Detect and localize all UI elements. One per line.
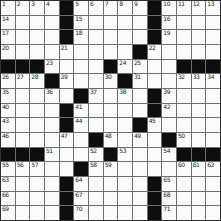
clue-number: 46 bbox=[2, 133, 9, 139]
clue-number: 17 bbox=[2, 30, 9, 36]
cell-r14c3[interactable] bbox=[30, 192, 44, 206]
cell-r14c10[interactable] bbox=[133, 192, 147, 206]
cell-r6c12[interactable] bbox=[162, 74, 176, 88]
clue-number: 70 bbox=[75, 206, 82, 212]
cell-r15c8[interactable] bbox=[104, 206, 118, 220]
black-cell-r11c14 bbox=[192, 148, 206, 162]
clue-number: 38 bbox=[119, 89, 126, 95]
clue-number: 69 bbox=[2, 206, 9, 212]
cell-r13c14[interactable] bbox=[192, 177, 206, 191]
cell-r3c3[interactable] bbox=[30, 30, 44, 44]
cell-r1c8[interactable]: 7 bbox=[104, 1, 118, 15]
black-cell-r14c5 bbox=[60, 192, 74, 206]
cell-r12c4[interactable] bbox=[45, 162, 59, 176]
cell-r10c8[interactable]: 48 bbox=[104, 133, 118, 147]
cell-r3c14[interactable] bbox=[192, 30, 206, 44]
clue-number: 22 bbox=[149, 45, 156, 51]
cell-r13c1[interactable]: 63 bbox=[1, 177, 15, 191]
clue-number: 40 bbox=[2, 104, 9, 110]
cell-r4c8[interactable] bbox=[104, 45, 118, 59]
cell-r10c13[interactable]: 50 bbox=[177, 133, 191, 147]
cell-r9c12[interactable] bbox=[162, 118, 176, 132]
black-cell-r11c2 bbox=[16, 148, 30, 162]
cell-r10c11[interactable] bbox=[148, 133, 162, 147]
cell-r8c7[interactable] bbox=[89, 104, 103, 118]
cell-r7c9[interactable]: 38 bbox=[118, 89, 132, 103]
cell-r4c2[interactable] bbox=[16, 45, 30, 59]
cell-r11c6[interactable] bbox=[74, 148, 88, 162]
black-cell-r2c5 bbox=[60, 16, 74, 30]
cell-r7c8[interactable] bbox=[104, 89, 118, 103]
cell-r9c14[interactable] bbox=[192, 118, 206, 132]
cell-r4c6[interactable] bbox=[74, 45, 88, 59]
cell-r11c4[interactable]: 51 bbox=[45, 148, 59, 162]
clue-number: 53 bbox=[119, 148, 126, 154]
cell-r13c3[interactable] bbox=[30, 177, 44, 191]
cell-r11c5[interactable] bbox=[60, 148, 74, 162]
clue-number: 28 bbox=[31, 74, 38, 80]
cell-r7c12[interactable]: 39 bbox=[162, 89, 176, 103]
clue-number: 43 bbox=[2, 118, 9, 124]
cell-r12c7[interactable]: 58 bbox=[89, 162, 103, 176]
cell-r1c13[interactable]: 11 bbox=[177, 1, 191, 15]
cell-r9c11[interactable]: 45 bbox=[148, 118, 162, 132]
cell-r15c10[interactable] bbox=[133, 206, 147, 220]
black-cell-r5c14 bbox=[192, 60, 206, 74]
cell-r13c4[interactable] bbox=[45, 177, 59, 191]
clue-number: 5 bbox=[75, 1, 78, 7]
cell-r3c7[interactable] bbox=[89, 30, 103, 44]
cell-r6c15[interactable]: 34 bbox=[206, 74, 220, 88]
black-cell-r11c8 bbox=[104, 148, 118, 162]
cell-r9c3[interactable] bbox=[30, 118, 44, 132]
clue-number: 16 bbox=[163, 16, 170, 22]
cell-r4c1[interactable]: 20 bbox=[1, 45, 15, 59]
black-cell-r6c9 bbox=[118, 74, 132, 88]
cell-r9c8[interactable] bbox=[104, 118, 118, 132]
clue-number: 65 bbox=[163, 177, 170, 183]
cell-r6c1[interactable]: 26 bbox=[1, 74, 15, 88]
clue-number: 66 bbox=[2, 192, 9, 198]
cell-r11c10[interactable] bbox=[133, 148, 147, 162]
cell-r5c7[interactable] bbox=[89, 60, 103, 74]
cell-r13c6[interactable]: 64 bbox=[74, 177, 88, 191]
cell-r13c2[interactable] bbox=[16, 177, 30, 191]
black-cell-r8c11 bbox=[148, 104, 162, 118]
cell-r5c10[interactable]: 25 bbox=[133, 60, 147, 74]
cell-r2c3[interactable] bbox=[30, 16, 44, 30]
cell-r4c13[interactable] bbox=[177, 45, 191, 59]
cell-r11c12[interactable]: 54 bbox=[162, 148, 176, 162]
cell-r9c2[interactable] bbox=[16, 118, 30, 132]
cell-r8c10[interactable] bbox=[133, 104, 147, 118]
cell-r15c4[interactable] bbox=[45, 206, 59, 220]
clue-number: 58 bbox=[90, 162, 97, 168]
clue-number: 36 bbox=[46, 89, 53, 95]
cell-r9c9[interactable] bbox=[118, 118, 132, 132]
cell-r6c11[interactable] bbox=[148, 74, 162, 88]
clue-number: 48 bbox=[105, 133, 112, 139]
black-cell-r5c8 bbox=[104, 60, 118, 74]
clue-number: 61 bbox=[193, 162, 200, 168]
cell-r6c8[interactable]: 30 bbox=[104, 74, 118, 88]
clue-number: 20 bbox=[2, 45, 9, 51]
black-cell-r11c13 bbox=[177, 148, 191, 162]
black-cell-r5c3 bbox=[30, 60, 44, 74]
black-cell-r11c3 bbox=[30, 148, 44, 162]
cell-r6c10[interactable]: 31 bbox=[133, 74, 147, 88]
cell-r7c3[interactable] bbox=[30, 89, 44, 103]
cell-r3c15[interactable] bbox=[206, 30, 220, 44]
clue-number: 54 bbox=[163, 148, 170, 154]
cell-r4c7[interactable] bbox=[89, 45, 103, 59]
cell-r15c1[interactable]: 69 bbox=[1, 206, 15, 220]
cell-r4c4[interactable] bbox=[45, 45, 59, 59]
cell-r13c13[interactable] bbox=[177, 177, 191, 191]
black-cell-r1c5 bbox=[60, 1, 74, 15]
cell-r4c9[interactable] bbox=[118, 45, 132, 59]
clue-number: 10 bbox=[163, 1, 170, 7]
cell-r14c8[interactable] bbox=[104, 192, 118, 206]
cell-r11c7[interactable]: 52 bbox=[89, 148, 103, 162]
clue-number: 15 bbox=[75, 16, 82, 22]
black-cell-r2c11 bbox=[148, 16, 162, 30]
black-cell-r8c5 bbox=[60, 104, 74, 118]
cell-r12c11[interactable] bbox=[148, 162, 162, 176]
cell-r8c9[interactable] bbox=[118, 104, 132, 118]
cell-r12c14[interactable]: 61 bbox=[192, 162, 206, 176]
black-cell-r9c5 bbox=[60, 118, 74, 132]
clue-number: 4 bbox=[46, 1, 49, 7]
cell-r15c2[interactable] bbox=[16, 206, 30, 220]
clue-number: 64 bbox=[75, 177, 82, 183]
cell-r3c6[interactable]: 18 bbox=[74, 30, 88, 44]
cell-r10c10[interactable]: 49 bbox=[133, 133, 147, 147]
cell-r1c12[interactable]: 10 bbox=[162, 1, 176, 15]
cell-r15c12[interactable]: 71 bbox=[162, 206, 176, 220]
clue-number: 23 bbox=[46, 60, 53, 66]
cell-r14c15[interactable] bbox=[206, 192, 220, 206]
cell-r1c15[interactable]: 13 bbox=[206, 1, 220, 15]
black-cell-r7c6 bbox=[74, 89, 88, 103]
cell-r6c7[interactable] bbox=[89, 74, 103, 88]
cell-r2c15[interactable] bbox=[206, 16, 220, 30]
cell-r7c4[interactable]: 36 bbox=[45, 89, 59, 103]
cell-r4c11[interactable]: 22 bbox=[148, 45, 162, 59]
black-cell-r5c1 bbox=[1, 60, 15, 74]
cell-r13c7[interactable] bbox=[89, 177, 103, 191]
clue-number: 26 bbox=[2, 74, 9, 80]
cell-r8c1[interactable]: 40 bbox=[1, 104, 15, 118]
clue-number: 34 bbox=[207, 74, 214, 80]
cell-r4c14[interactable] bbox=[192, 45, 206, 59]
cell-r3c10[interactable] bbox=[133, 30, 147, 44]
cell-r13c10[interactable] bbox=[133, 177, 147, 191]
cell-r7c7[interactable]: 37 bbox=[89, 89, 103, 103]
clue-number: 12 bbox=[193, 1, 200, 7]
cell-r5c12[interactable] bbox=[162, 60, 176, 74]
cell-r2c1[interactable]: 14 bbox=[1, 16, 15, 30]
cell-r14c9[interactable] bbox=[118, 192, 132, 206]
cell-r3c13[interactable] bbox=[177, 30, 191, 44]
clue-number: 9 bbox=[134, 1, 137, 7]
clue-number: 33 bbox=[193, 74, 200, 80]
black-cell-r11c1 bbox=[1, 148, 15, 162]
cell-r12c10[interactable] bbox=[133, 162, 147, 176]
cell-r5c5[interactable] bbox=[60, 60, 74, 74]
cell-r14c7[interactable] bbox=[89, 192, 103, 206]
cell-r6c2[interactable]: 27 bbox=[16, 74, 30, 88]
clue-number: 24 bbox=[119, 60, 126, 66]
cell-r15c7[interactable] bbox=[89, 206, 103, 220]
cell-r14c2[interactable] bbox=[16, 192, 30, 206]
cell-r11c11[interactable] bbox=[148, 148, 162, 162]
cell-r3c1[interactable]: 17 bbox=[1, 30, 15, 44]
black-cell-r3c11 bbox=[148, 30, 162, 44]
clue-number: 57 bbox=[31, 162, 38, 168]
cell-r9c13[interactable] bbox=[177, 118, 191, 132]
cell-r10c9[interactable] bbox=[118, 133, 132, 147]
cell-r10c15[interactable] bbox=[206, 133, 220, 147]
cell-r14c14[interactable] bbox=[192, 192, 206, 206]
clue-number: 63 bbox=[2, 177, 9, 183]
cell-r1c7[interactable]: 6 bbox=[89, 1, 103, 15]
cell-r15c3[interactable] bbox=[30, 206, 44, 220]
cell-r3c8[interactable] bbox=[104, 30, 118, 44]
cell-r8c12[interactable]: 42 bbox=[162, 104, 176, 118]
cell-r7c14[interactable] bbox=[192, 89, 206, 103]
clue-number: 71 bbox=[163, 206, 170, 212]
black-cell-r6c4 bbox=[45, 74, 59, 88]
cell-r13c12[interactable]: 65 bbox=[162, 177, 176, 191]
cell-r12c13[interactable]: 60 bbox=[177, 162, 191, 176]
clue-number: 6 bbox=[90, 1, 93, 7]
clue-number: 25 bbox=[134, 60, 141, 66]
cell-r10c6[interactable] bbox=[74, 133, 88, 147]
clue-number: 59 bbox=[105, 162, 112, 168]
cell-r2c14[interactable] bbox=[192, 16, 206, 30]
cell-r2c10[interactable] bbox=[133, 16, 147, 30]
clue-number: 44 bbox=[75, 118, 82, 124]
cell-r5c11[interactable] bbox=[148, 60, 162, 74]
cell-r12c15[interactable]: 62 bbox=[206, 162, 220, 176]
clue-number: 18 bbox=[75, 30, 82, 36]
cell-r8c6[interactable]: 41 bbox=[74, 104, 88, 118]
cell-r6c13[interactable]: 32 bbox=[177, 74, 191, 88]
cell-r6c14[interactable]: 33 bbox=[192, 74, 206, 88]
cell-r4c3[interactable] bbox=[30, 45, 44, 59]
cell-r2c9[interactable] bbox=[118, 16, 132, 30]
cell-r12c12[interactable] bbox=[162, 162, 176, 176]
clue-number: 31 bbox=[134, 74, 141, 80]
cell-r1c1[interactable]: 1 bbox=[1, 1, 15, 15]
clue-number: 19 bbox=[163, 30, 170, 36]
black-cell-r10c7 bbox=[89, 133, 103, 147]
clue-number: 7 bbox=[105, 1, 108, 7]
cell-r14c1[interactable]: 66 bbox=[1, 192, 15, 206]
cell-r14c13[interactable] bbox=[177, 192, 191, 206]
cell-r6c3[interactable]: 28 bbox=[30, 74, 44, 88]
cell-r2c6[interactable]: 15 bbox=[74, 16, 88, 30]
cell-r6c6[interactable] bbox=[74, 74, 88, 88]
clue-number: 56 bbox=[17, 162, 24, 168]
cell-r15c6[interactable]: 70 bbox=[74, 206, 88, 220]
black-cell-r11c15 bbox=[206, 148, 220, 162]
cell-r10c2[interactable] bbox=[16, 133, 30, 147]
cell-r12c5[interactable] bbox=[60, 162, 74, 176]
cell-r14c4[interactable] bbox=[45, 192, 59, 206]
clue-number: 41 bbox=[75, 104, 82, 110]
cell-r7c10[interactable] bbox=[133, 89, 147, 103]
black-cell-r7c11 bbox=[148, 89, 162, 103]
cell-r10c4[interactable] bbox=[45, 133, 59, 147]
cell-r12c9[interactable] bbox=[118, 162, 132, 176]
clue-number: 67 bbox=[75, 192, 82, 198]
black-cell-r4c10 bbox=[133, 45, 147, 59]
clue-number: 35 bbox=[2, 89, 9, 95]
cell-r5c9[interactable]: 24 bbox=[118, 60, 132, 74]
cell-r2c7[interactable] bbox=[89, 16, 103, 30]
cell-r13c9[interactable] bbox=[118, 177, 132, 191]
black-cell-r14c11 bbox=[148, 192, 162, 206]
cell-r7c5[interactable] bbox=[60, 89, 74, 103]
cell-r1c3[interactable]: 3 bbox=[30, 1, 44, 15]
clue-number: 2 bbox=[17, 1, 20, 7]
cell-r2c8[interactable] bbox=[104, 16, 118, 30]
cell-r8c4[interactable] bbox=[45, 104, 59, 118]
cell-r9c15[interactable] bbox=[206, 118, 220, 132]
clue-number: 55 bbox=[2, 162, 9, 168]
clue-number: 13 bbox=[207, 1, 214, 7]
cell-r1c14[interactable]: 12 bbox=[192, 1, 206, 15]
cell-r1c9[interactable]: 8 bbox=[118, 1, 132, 15]
clue-number: 47 bbox=[61, 133, 68, 139]
clue-number: 50 bbox=[178, 133, 185, 139]
cell-r1c4[interactable]: 4 bbox=[45, 1, 59, 15]
cell-r4c5[interactable]: 21 bbox=[60, 45, 74, 59]
cell-r3c12[interactable]: 19 bbox=[162, 30, 176, 44]
clue-number: 45 bbox=[149, 118, 156, 124]
cell-r5c4[interactable]: 23 bbox=[45, 60, 59, 74]
black-cell-r5c13 bbox=[177, 60, 191, 74]
cell-r4c12[interactable] bbox=[162, 45, 176, 59]
cell-r1c6[interactable]: 5 bbox=[74, 1, 88, 15]
cell-r7c1[interactable]: 35 bbox=[1, 89, 15, 103]
cell-r10c1[interactable]: 46 bbox=[1, 133, 15, 147]
cell-r6c5[interactable]: 29 bbox=[60, 74, 74, 88]
cell-r4c15[interactable] bbox=[206, 45, 220, 59]
black-cell-r15c11 bbox=[148, 206, 162, 220]
cell-r1c2[interactable]: 2 bbox=[16, 1, 30, 15]
cell-r15c9[interactable] bbox=[118, 206, 132, 220]
cell-r3c2[interactable] bbox=[16, 30, 30, 44]
cell-r8c8[interactable] bbox=[104, 104, 118, 118]
cell-r9c7[interactable] bbox=[89, 118, 103, 132]
black-cell-r10c12 bbox=[162, 133, 176, 147]
cell-r5c6[interactable] bbox=[74, 60, 88, 74]
clue-number: 39 bbox=[163, 89, 170, 95]
black-cell-r5c15 bbox=[206, 60, 220, 74]
cell-r8c13[interactable] bbox=[177, 104, 191, 118]
cell-r12c3[interactable]: 57 bbox=[30, 162, 44, 176]
black-cell-r1c11 bbox=[148, 1, 162, 15]
black-cell-r13c5 bbox=[60, 177, 74, 191]
clue-number: 52 bbox=[90, 148, 97, 154]
cell-r13c15[interactable] bbox=[206, 177, 220, 191]
cell-r9c6[interactable]: 44 bbox=[74, 118, 88, 132]
cell-r12c8[interactable]: 59 bbox=[104, 162, 118, 176]
cell-r12c1[interactable]: 55 bbox=[1, 162, 15, 176]
cell-r7c15[interactable] bbox=[206, 89, 220, 103]
clue-number: 51 bbox=[46, 148, 53, 154]
cell-r9c1[interactable]: 43 bbox=[1, 118, 15, 132]
clue-number: 21 bbox=[61, 45, 68, 51]
cell-r3c9[interactable] bbox=[118, 30, 132, 44]
black-cell-r13c11 bbox=[148, 177, 162, 191]
clue-number: 1 bbox=[2, 1, 5, 7]
clue-number: 68 bbox=[163, 192, 170, 198]
cell-r12c2[interactable]: 56 bbox=[16, 162, 30, 176]
clue-number: 14 bbox=[2, 16, 9, 22]
cell-r8c14[interactable] bbox=[192, 104, 206, 118]
black-cell-r15c5 bbox=[60, 206, 74, 220]
cell-r2c13[interactable] bbox=[177, 16, 191, 30]
cell-r8c15[interactable] bbox=[206, 104, 220, 118]
clue-number: 3 bbox=[31, 1, 34, 7]
cell-r1c10[interactable]: 9 bbox=[133, 1, 147, 15]
cell-r2c4[interactable] bbox=[45, 16, 59, 30]
cell-r13c8[interactable] bbox=[104, 177, 118, 191]
clue-number: 29 bbox=[61, 74, 68, 80]
clue-number: 8 bbox=[119, 1, 122, 7]
clue-number: 11 bbox=[178, 1, 185, 7]
black-cell-r9c10 bbox=[133, 118, 147, 132]
clue-number: 62 bbox=[207, 162, 214, 168]
clue-number: 37 bbox=[90, 89, 97, 95]
crossword-grid: 1234567891011121314151617181920212223242… bbox=[0, 0, 221, 221]
cell-r2c2[interactable] bbox=[16, 16, 30, 30]
clue-number: 42 bbox=[163, 104, 170, 110]
cell-r11c9[interactable]: 53 bbox=[118, 148, 132, 162]
clue-number: 30 bbox=[105, 74, 112, 80]
cell-r9c4[interactable] bbox=[45, 118, 59, 132]
clue-number: 27 bbox=[17, 74, 24, 80]
cell-r10c5[interactable]: 47 bbox=[60, 133, 74, 147]
cell-r7c13[interactable] bbox=[177, 89, 191, 103]
cell-r2c12[interactable]: 16 bbox=[162, 16, 176, 30]
cell-r7c2[interactable] bbox=[16, 89, 30, 103]
black-cell-r5c2 bbox=[16, 60, 30, 74]
cell-r10c3[interactable] bbox=[30, 133, 44, 147]
black-cell-r12c6 bbox=[74, 162, 88, 176]
cell-r8c2[interactable] bbox=[16, 104, 30, 118]
clue-number: 49 bbox=[134, 133, 141, 139]
cell-r14c6[interactable]: 67 bbox=[74, 192, 88, 206]
cell-r15c15[interactable] bbox=[206, 206, 220, 220]
cell-r15c13[interactable] bbox=[177, 206, 191, 220]
cell-r8c3[interactable] bbox=[30, 104, 44, 118]
clue-number: 32 bbox=[178, 74, 185, 80]
cell-r3c4[interactable] bbox=[45, 30, 59, 44]
clue-number: 60 bbox=[178, 162, 185, 168]
black-cell-r3c5 bbox=[60, 30, 74, 44]
cell-r15c14[interactable] bbox=[192, 206, 206, 220]
cell-r14c12[interactable]: 68 bbox=[162, 192, 176, 206]
cell-r10c14[interactable] bbox=[192, 133, 206, 147]
